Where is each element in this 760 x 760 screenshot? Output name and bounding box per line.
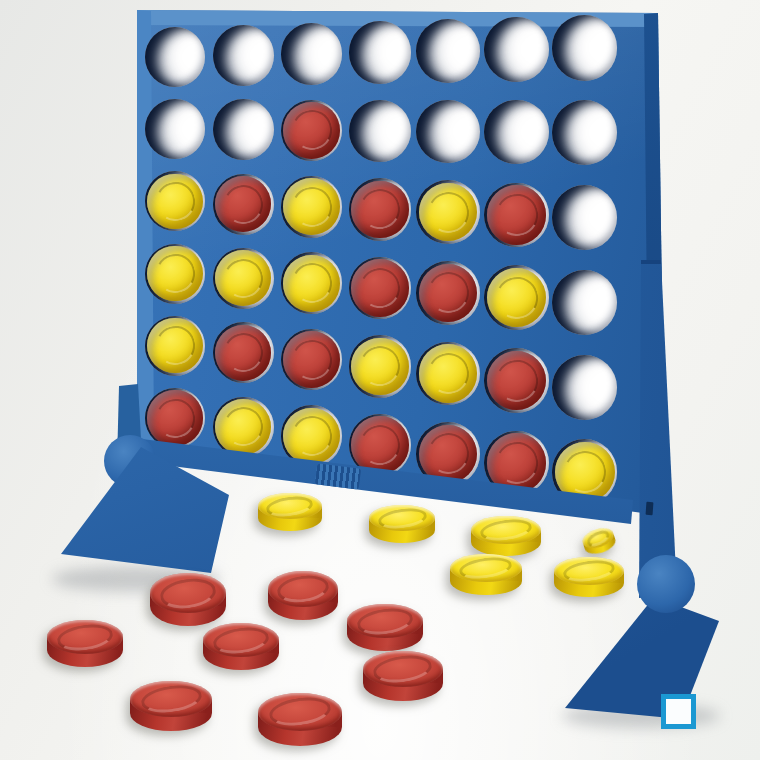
right-leg-slot bbox=[646, 502, 654, 515]
red-disc-in-rack bbox=[487, 351, 546, 410]
disc-top-face bbox=[258, 493, 322, 519]
disc-top-face bbox=[363, 651, 443, 687]
cell-r1c3[interactable] bbox=[281, 23, 343, 85]
red-disc-in-rack bbox=[283, 331, 340, 388]
cell-r5c5[interactable] bbox=[416, 342, 480, 406]
loose-red-disc[interactable] bbox=[130, 681, 212, 731]
yellow-disc-in-rack bbox=[215, 250, 271, 306]
red-disc-in-rack bbox=[215, 176, 271, 232]
cell-r4c3[interactable] bbox=[281, 252, 343, 314]
red-disc-in-rack bbox=[351, 181, 409, 239]
disc-top-face bbox=[258, 693, 342, 731]
red-disc-in-rack bbox=[487, 185, 546, 244]
cell-r4c2[interactable] bbox=[213, 248, 274, 309]
rail-ratchet-wheel bbox=[315, 463, 361, 489]
disc-top-face bbox=[471, 516, 541, 544]
yellow-disc-in-rack bbox=[487, 268, 546, 327]
disc-top-face bbox=[369, 505, 435, 531]
yellow-disc-in-rack bbox=[147, 174, 202, 229]
loose-red-disc[interactable] bbox=[150, 573, 226, 626]
cell-r6c1[interactable] bbox=[145, 388, 205, 448]
blue-square-logo bbox=[661, 694, 696, 729]
disc-top-face bbox=[450, 554, 522, 582]
loose-red-disc[interactable] bbox=[203, 623, 279, 670]
cell-r2c1[interactable] bbox=[145, 99, 205, 159]
cell-r4c4[interactable] bbox=[349, 257, 412, 320]
loose-yellow-disc[interactable] bbox=[471, 516, 541, 556]
cell-r3c1[interactable] bbox=[145, 171, 205, 231]
cell-r3c6[interactable] bbox=[484, 183, 549, 248]
loose-yellow-disc[interactable] bbox=[554, 557, 624, 597]
cell-r3c2[interactable] bbox=[213, 174, 274, 235]
cell-r3c4[interactable] bbox=[349, 178, 412, 241]
red-disc-in-rack bbox=[215, 325, 271, 381]
red-disc-in-rack bbox=[351, 416, 409, 474]
cell-r4c1[interactable] bbox=[145, 244, 205, 304]
loose-yellow-disc[interactable] bbox=[369, 505, 435, 543]
disc-top-face bbox=[130, 681, 212, 717]
cell-r4c6[interactable] bbox=[484, 265, 549, 330]
disc-top-face bbox=[150, 573, 226, 613]
red-disc-in-rack bbox=[283, 102, 340, 159]
cell-r2c6[interactable] bbox=[484, 100, 549, 165]
cell-r1c6[interactable] bbox=[484, 17, 549, 82]
disc-top-face bbox=[347, 604, 423, 638]
cell-r1c2[interactable] bbox=[213, 25, 274, 86]
red-disc-in-rack bbox=[147, 390, 202, 445]
loose-red-disc[interactable] bbox=[47, 620, 123, 667]
cell-r5c6[interactable] bbox=[484, 348, 549, 413]
loose-yellow-disc[interactable] bbox=[580, 525, 618, 558]
yellow-disc-in-rack bbox=[147, 318, 202, 373]
yellow-disc-in-rack bbox=[419, 183, 478, 242]
cell-r5c2[interactable] bbox=[213, 322, 274, 383]
yellow-disc-in-rack bbox=[215, 399, 271, 455]
yellow-disc-in-rack bbox=[283, 178, 340, 235]
yellow-disc-in-rack bbox=[283, 255, 340, 312]
disc-top-face bbox=[203, 623, 279, 657]
yellow-disc-in-rack bbox=[283, 408, 340, 465]
cell-r1c4[interactable] bbox=[349, 21, 412, 84]
loose-yellow-disc[interactable] bbox=[450, 554, 522, 595]
loose-red-disc[interactable] bbox=[258, 693, 342, 746]
cell-r5c1[interactable] bbox=[145, 316, 205, 376]
loose-red-disc[interactable] bbox=[268, 571, 338, 620]
disc-top-face bbox=[47, 620, 123, 654]
yellow-disc-in-rack bbox=[351, 338, 409, 396]
cell-r4c7[interactable] bbox=[552, 270, 617, 335]
cell-r1c5[interactable] bbox=[416, 19, 480, 83]
loose-red-disc[interactable] bbox=[363, 651, 443, 701]
cell-r3c3[interactable] bbox=[281, 176, 343, 238]
red-disc-in-rack bbox=[419, 425, 478, 484]
right-hinge-knob bbox=[637, 555, 695, 613]
cell-r1c1[interactable] bbox=[145, 27, 205, 87]
connect-four-photo bbox=[0, 0, 760, 760]
red-disc-in-rack bbox=[419, 264, 478, 323]
loose-yellow-disc[interactable] bbox=[258, 493, 322, 531]
cell-r2c5[interactable] bbox=[416, 100, 480, 164]
cell-r5c7[interactable] bbox=[552, 355, 617, 420]
yellow-disc-in-rack bbox=[419, 344, 478, 403]
cell-r2c2[interactable] bbox=[213, 99, 274, 160]
cell-r4c5[interactable] bbox=[416, 261, 480, 325]
red-disc-in-rack bbox=[351, 259, 409, 317]
cell-r3c5[interactable] bbox=[416, 180, 480, 244]
disc-top-face bbox=[554, 557, 624, 585]
cell-r1c7[interactable] bbox=[552, 15, 617, 80]
cell-r6c2[interactable] bbox=[213, 397, 274, 458]
loose-red-disc[interactable] bbox=[347, 604, 423, 651]
cell-r5c4[interactable] bbox=[349, 335, 412, 398]
disc-top-face bbox=[268, 571, 338, 607]
cell-r2c4[interactable] bbox=[349, 100, 412, 163]
yellow-disc-in-rack bbox=[147, 246, 202, 301]
